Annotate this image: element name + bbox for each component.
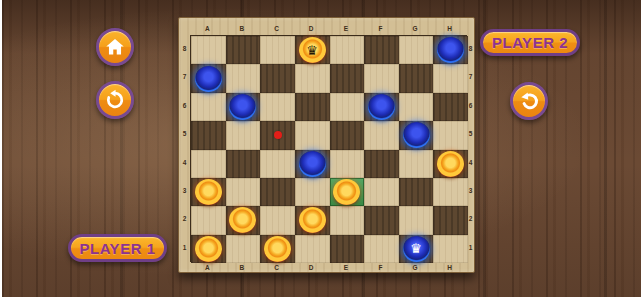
rank-label-right-2: 2 <box>466 205 475 233</box>
square-F5[interactable] <box>364 121 399 149</box>
blue-man-D4[interactable] <box>299 151 326 177</box>
home-button[interactable] <box>96 28 134 66</box>
file-label-top-B: B <box>225 24 260 34</box>
file-label-bottom-F: F <box>363 263 398 273</box>
square-A6[interactable] <box>191 93 226 121</box>
square-D6[interactable] <box>295 93 330 121</box>
square-A2[interactable] <box>191 206 226 234</box>
player1-text: PLAYER 1 <box>80 240 156 257</box>
hint-dot <box>274 131 282 139</box>
square-B3[interactable] <box>226 178 261 206</box>
square-B4[interactable] <box>226 150 261 178</box>
square-A4[interactable] <box>191 150 226 178</box>
file-label-top-F: F <box>363 24 398 34</box>
square-A5[interactable] <box>191 121 226 149</box>
square-H7[interactable] <box>433 64 468 92</box>
orange-man-A3[interactable] <box>195 179 222 205</box>
rank-label-left-4: 4 <box>180 149 189 177</box>
square-G7[interactable] <box>399 64 434 92</box>
square-F8[interactable] <box>364 36 399 64</box>
square-F2[interactable] <box>364 206 399 234</box>
checkers-board: ♛♛ AABBCCDDEEFFGGHH8877665544332211 <box>178 17 475 273</box>
player2-label: PLAYER 2 <box>480 29 580 56</box>
rank-label-left-2: 2 <box>180 205 189 233</box>
blue-man-F6[interactable] <box>368 94 395 120</box>
square-C5[interactable] <box>260 121 295 149</box>
file-label-top-G: G <box>398 24 433 34</box>
rank-label-left-3: 3 <box>180 177 189 205</box>
square-G2[interactable] <box>399 206 434 234</box>
file-label-bottom-G: G <box>398 263 433 273</box>
wood-table-background: ♛♛ AABBCCDDEEFFGGHH8877665544332211 PLAY… <box>2 0 641 297</box>
rank-label-right-4: 4 <box>466 149 475 177</box>
square-C8[interactable] <box>260 36 295 64</box>
square-E7[interactable] <box>330 64 365 92</box>
square-C4[interactable] <box>260 150 295 178</box>
orange-man-A1[interactable] <box>195 236 222 262</box>
square-H2[interactable] <box>433 206 468 234</box>
rank-label-right-8: 8 <box>466 35 475 63</box>
square-E8[interactable] <box>330 36 365 64</box>
rank-label-left-6: 6 <box>180 92 189 120</box>
crown-icon: ♛ <box>306 44 318 57</box>
home-icon <box>104 36 126 58</box>
file-label-bottom-D: D <box>294 263 329 273</box>
square-C3[interactable] <box>260 178 295 206</box>
player1-label: PLAYER 1 <box>68 234 167 262</box>
square-D7[interactable] <box>295 64 330 92</box>
square-C7[interactable] <box>260 64 295 92</box>
square-B7[interactable] <box>226 64 261 92</box>
restart-icon <box>104 89 126 111</box>
file-label-bottom-H: H <box>432 263 467 273</box>
crown-icon: ♛ <box>410 242 422 255</box>
board-grid: ♛♛ <box>190 35 467 262</box>
file-label-top-D: D <box>294 24 329 34</box>
rank-label-left-1: 1 <box>180 234 189 262</box>
file-label-bottom-C: C <box>259 263 294 273</box>
blue-man-A7[interactable] <box>195 66 222 92</box>
square-B1[interactable] <box>226 235 261 263</box>
square-G8[interactable] <box>399 36 434 64</box>
player2-text: PLAYER 2 <box>492 34 568 51</box>
square-H1[interactable] <box>433 235 468 263</box>
rank-label-right-3: 3 <box>466 177 475 205</box>
square-E4[interactable] <box>330 150 365 178</box>
square-E1[interactable] <box>330 235 365 263</box>
square-E5[interactable] <box>330 121 365 149</box>
square-B5[interactable] <box>226 121 261 149</box>
square-A8[interactable] <box>191 36 226 64</box>
blue-man-G5[interactable] <box>403 122 430 148</box>
square-E2[interactable] <box>330 206 365 234</box>
square-G6[interactable] <box>399 93 434 121</box>
square-B8[interactable] <box>226 36 261 64</box>
square-C2[interactable] <box>260 206 295 234</box>
square-H3[interactable] <box>433 178 468 206</box>
file-label-bottom-B: B <box>225 263 260 273</box>
rank-label-left-7: 7 <box>180 63 189 91</box>
orange-man-H4[interactable] <box>437 151 464 177</box>
rank-label-right-6: 6 <box>466 92 475 120</box>
file-label-top-A: A <box>190 24 225 34</box>
undo-button[interactable] <box>510 82 548 120</box>
orange-man-D2[interactable] <box>299 207 326 233</box>
square-F3[interactable] <box>364 178 399 206</box>
square-F4[interactable] <box>364 150 399 178</box>
rank-label-right-1: 1 <box>466 234 475 262</box>
square-H5[interactable] <box>433 121 468 149</box>
square-F7[interactable] <box>364 64 399 92</box>
file-label-top-C: C <box>259 24 294 34</box>
file-label-bottom-A: A <box>190 263 225 273</box>
square-G3[interactable] <box>399 178 434 206</box>
undo-arrow-icon <box>518 90 540 112</box>
rank-label-left-8: 8 <box>180 35 189 63</box>
blue-king-G1[interactable]: ♛ <box>403 236 430 262</box>
rank-label-right-7: 7 <box>466 63 475 91</box>
orange-man-C1[interactable] <box>264 236 291 262</box>
square-D3[interactable] <box>295 178 330 206</box>
square-D5[interactable] <box>295 121 330 149</box>
square-G4[interactable] <box>399 150 434 178</box>
square-H6[interactable] <box>433 93 468 121</box>
file-label-top-H: H <box>432 24 467 34</box>
file-label-top-E: E <box>329 24 364 34</box>
square-F1[interactable] <box>364 235 399 263</box>
file-label-bottom-E: E <box>329 263 364 273</box>
orange-king-D8[interactable]: ♛ <box>299 37 326 63</box>
rank-label-left-5: 5 <box>180 120 189 148</box>
square-D1[interactable] <box>295 235 330 263</box>
restart-button[interactable] <box>96 81 134 119</box>
rank-label-right-5: 5 <box>466 120 475 148</box>
square-C6[interactable] <box>260 93 295 121</box>
square-E6[interactable] <box>330 93 365 121</box>
